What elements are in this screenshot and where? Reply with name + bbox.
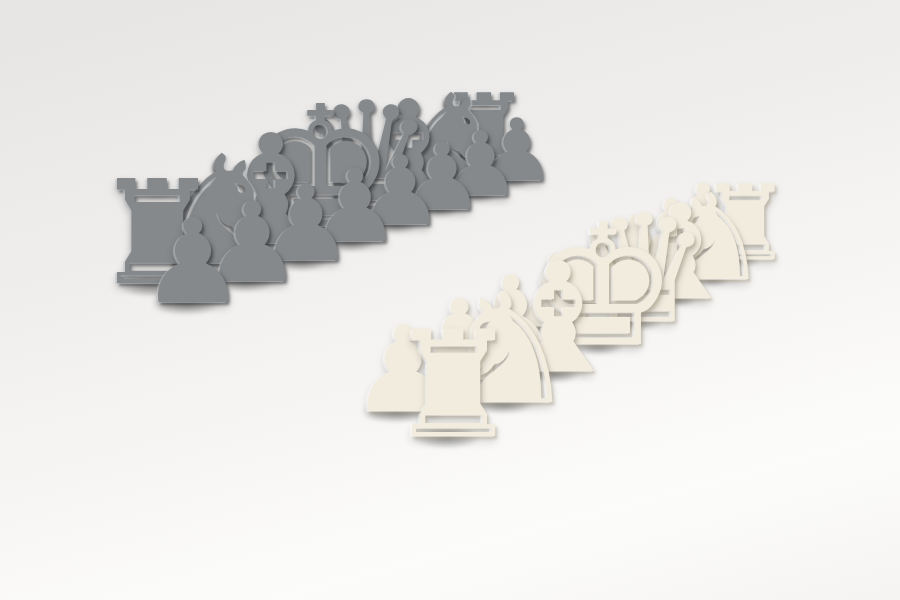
braille-corner-dots-2: ⠒	[802, 254, 820, 262]
braille-rank-label-right-4: ⠙	[235, 384, 271, 402]
square-h4[interactable]	[259, 341, 363, 392]
braille-rank-label-right-6: ⠋	[154, 340, 189, 356]
piece-white-rook-h1[interactable]: ♜	[387, 319, 519, 452]
photo-stage: ⠁⠁⠓⠓⠃⠃⠛⠛⠉⠉⠋⠋⠙⠙⠑⠑⠑⠑⠙⠙⠋⠋⠉⠉⠛⠛⠃⠃⠓⠓⠁⠁⠒⠒⠒⠒ ♜♞♝…	[0, 0, 900, 600]
braille-rank-label-right-5: ⠑	[193, 361, 228, 378]
braille-rank-label-right-3: ⠉	[279, 408, 316, 428]
braille-corner-dots-1: ⠒	[56, 286, 79, 296]
piece-black-pawn-h7[interactable]: ♟	[141, 210, 246, 315]
pieces-layer: ♜♞♝♛♚♝♞♜♟♟♟♟♟♟♟♟♟♟♟♟♟♟♟♟♜♞♝♛♚♝♞♜	[0, 0, 900, 600]
braille-corner-dots-3: ⠒	[432, 491, 461, 509]
